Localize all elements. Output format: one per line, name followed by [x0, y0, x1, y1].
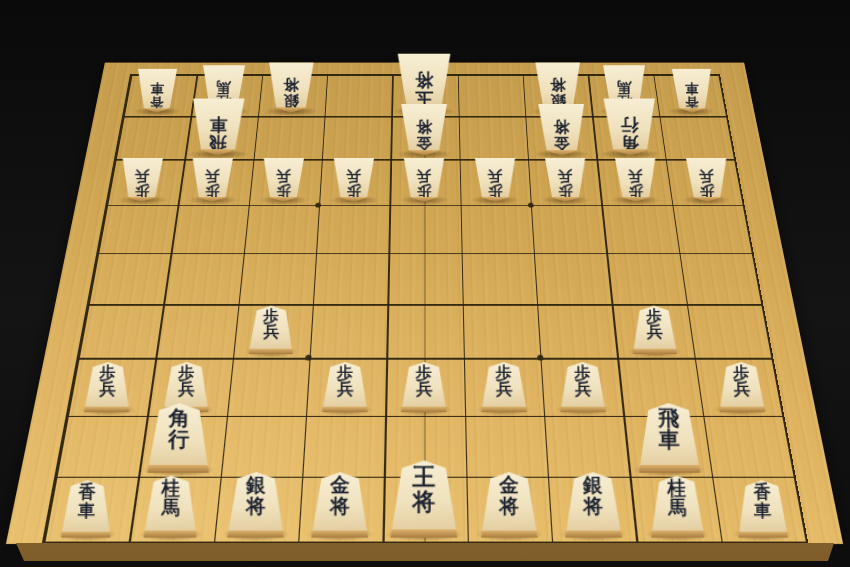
board-square[interactable]: 歩 兵 — [540, 358, 623, 415]
piece-kanji: 角 行 — [604, 115, 656, 151]
piece-kanji: 歩 兵 — [122, 168, 163, 198]
board-square[interactable] — [686, 304, 771, 358]
board-square[interactable]: 飛 車 — [623, 415, 711, 476]
board-square[interactable] — [302, 415, 385, 476]
shogi-piece-gold-sente[interactable]: 金 将 — [481, 472, 538, 538]
board-square[interactable]: 金 将 — [390, 116, 459, 159]
board-square[interactable] — [78, 304, 163, 358]
board-square[interactable]: 歩 兵 — [107, 159, 184, 205]
board-square[interactable] — [537, 304, 617, 358]
board-square[interactable]: 歩 兵 — [596, 159, 671, 205]
piece-kanji: 金 将 — [539, 119, 585, 152]
board-square[interactable] — [672, 205, 752, 253]
board-square[interactable]: 歩 兵 — [665, 159, 742, 205]
board-square[interactable]: 王 将 — [382, 476, 467, 541]
board-square[interactable] — [316, 205, 390, 253]
board-square[interactable]: 歩 兵 — [67, 358, 155, 415]
board-square[interactable] — [312, 253, 388, 304]
shogi-piece-gold-sente[interactable]: 金 将 — [312, 472, 369, 538]
board-square[interactable] — [321, 116, 391, 159]
board-square[interactable]: 歩 兵 — [528, 159, 601, 205]
shogi-board: 香 車桂 馬銀 将玉 将銀 将桂 馬香 車飛 車金 将金 将角 行歩 兵歩 兵歩… — [6, 63, 843, 544]
board-square[interactable] — [253, 116, 324, 159]
piece-kanji: 歩 兵 — [85, 365, 131, 399]
board-grid: 香 車桂 馬銀 将玉 将銀 将桂 馬香 車飛 車金 将金 将角 行歩 兵歩 兵歩… — [41, 74, 808, 544]
board-square[interactable] — [88, 253, 170, 304]
board-square[interactable]: 銀 将 — [213, 476, 302, 541]
piece-kanji: 歩 兵 — [560, 365, 606, 399]
board-square[interactable]: 飛 車 — [184, 116, 257, 159]
piece-kanji: 歩 兵 — [263, 168, 304, 198]
shogi-board-photo: 香 車桂 馬銀 将玉 将銀 将桂 馬香 車飛 車金 将金 将角 行歩 兵歩 兵歩… — [0, 0, 850, 567]
board-square[interactable] — [461, 253, 537, 304]
board-square[interactable] — [243, 205, 319, 253]
shogi-piece-silver-sente[interactable]: 銀 将 — [565, 472, 622, 538]
board-square[interactable] — [458, 116, 528, 159]
piece-kanji: 歩 兵 — [686, 168, 727, 198]
board-square[interactable]: 歩 兵 — [232, 304, 312, 358]
piece-kanji: 銀 将 — [227, 476, 284, 517]
piece-kanji: 金 将 — [481, 476, 538, 517]
board-square[interactable] — [155, 304, 238, 358]
board-square[interactable] — [601, 205, 679, 253]
piece-kanji: 玉 将 — [398, 71, 451, 108]
board-square[interactable]: 歩 兵 — [463, 358, 544, 415]
board-square[interactable]: 金 将 — [525, 116, 596, 159]
shogi-piece-pawn-sente[interactable]: 歩 兵 — [560, 362, 606, 412]
piece-kanji: 香 車 — [672, 81, 712, 109]
board-square[interactable]: 香 車 — [653, 75, 726, 116]
board-square[interactable] — [533, 253, 611, 304]
piece-kanji: 香 車 — [737, 484, 787, 520]
piece-kanji: 歩 兵 — [633, 309, 678, 342]
piece-kanji: 桂 馬 — [651, 479, 705, 518]
board-square[interactable] — [388, 205, 461, 253]
shogi-piece-silver-gote[interactable]: 銀 将 — [268, 63, 313, 113]
board-square[interactable] — [386, 304, 463, 358]
shogi-piece-knight-sente[interactable]: 桂 馬 — [144, 476, 198, 538]
shogi-piece-rook-gote[interactable]: 飛 車 — [193, 99, 245, 156]
piece-kanji: 歩 兵 — [164, 365, 210, 399]
piece-kanji: 歩 兵 — [402, 365, 447, 399]
piece-kanji: 桂 馬 — [144, 479, 198, 518]
board-square[interactable]: 歩 兵 — [459, 159, 531, 205]
board-square[interactable] — [238, 253, 316, 304]
board-square[interactable]: 歩 兵 — [385, 358, 464, 415]
shogi-piece-lance-sente[interactable]: 香 車 — [737, 480, 788, 537]
board-square[interactable] — [659, 116, 734, 159]
board-square[interactable]: 歩 兵 — [177, 159, 252, 205]
board-square[interactable] — [226, 358, 309, 415]
board-square[interactable] — [457, 75, 525, 116]
shogi-piece-gold-gote[interactable]: 金 将 — [538, 104, 584, 156]
board-square[interactable] — [56, 415, 147, 476]
piece-kanji: 歩 兵 — [545, 168, 586, 198]
shogi-piece-pawn-sente[interactable]: 歩 兵 — [718, 362, 765, 412]
piece-kanji: 歩 兵 — [192, 168, 233, 198]
shogi-piece-pawn-sente[interactable]: 歩 兵 — [633, 306, 678, 354]
board-square[interactable]: 歩 兵 — [248, 159, 321, 205]
board-square[interactable]: 金 将 — [465, 476, 551, 541]
piece-kanji: 歩 兵 — [404, 168, 444, 198]
board-square[interactable] — [462, 304, 540, 358]
board-square[interactable]: 角 行 — [138, 415, 226, 476]
piece-kanji: 銀 将 — [268, 77, 313, 109]
shogi-piece-pawn-sente[interactable]: 歩 兵 — [402, 362, 447, 412]
shogi-piece-pawn-sente[interactable]: 歩 兵 — [481, 362, 527, 412]
board-square[interactable] — [606, 253, 686, 304]
shogi-piece-knight-sente[interactable]: 桂 馬 — [651, 476, 705, 538]
board-square[interactable] — [324, 75, 392, 116]
board-square[interactable] — [170, 205, 248, 253]
board-square[interactable]: 歩 兵 — [389, 159, 460, 205]
board-square[interactable]: 歩 兵 — [611, 304, 694, 358]
shogi-piece-pawn-sente[interactable]: 歩 兵 — [84, 362, 131, 412]
shogi-piece-gold-gote[interactable]: 金 将 — [402, 104, 448, 156]
piece-kanji: 香 車 — [62, 484, 112, 520]
piece-kanji: 飛 車 — [193, 115, 245, 151]
board-square[interactable]: 桂 馬 — [629, 476, 720, 541]
board-square[interactable] — [702, 415, 793, 476]
piece-kanji: 歩 兵 — [481, 365, 527, 399]
board-square[interactable]: 銀 将 — [257, 75, 326, 116]
board-square[interactable]: 歩 兵 — [305, 358, 386, 415]
piece-kanji: 歩 兵 — [322, 365, 368, 399]
board-square[interactable] — [309, 304, 387, 358]
board-square[interactable] — [163, 253, 243, 304]
piece-kanji: 歩 兵 — [616, 168, 657, 198]
board-square[interactable] — [220, 415, 306, 476]
board-square[interactable] — [460, 205, 534, 253]
shogi-piece-bishop-gote[interactable]: 角 行 — [604, 99, 656, 156]
board-square[interactable] — [98, 205, 178, 253]
board-square[interactable]: 銀 将 — [547, 476, 636, 541]
shogi-piece-pawn-sente[interactable]: 歩 兵 — [164, 362, 210, 412]
piece-kanji: 歩 兵 — [718, 365, 764, 399]
board-square[interactable] — [530, 205, 606, 253]
piece-kanji: 歩 兵 — [475, 168, 516, 198]
piece-kanji: 銀 将 — [565, 476, 622, 517]
piece-kanji: 歩 兵 — [334, 168, 375, 198]
board-square[interactable]: 香 車 — [711, 476, 805, 541]
board-square[interactable] — [115, 116, 190, 159]
piece-kanji: 歩 兵 — [249, 309, 293, 342]
board-square[interactable]: 金 将 — [298, 476, 384, 541]
piece-kanji: 香 車 — [137, 81, 177, 109]
board-square[interactable] — [679, 253, 761, 304]
piece-kanji: 金 将 — [402, 119, 448, 152]
board-square[interactable] — [544, 415, 630, 476]
board-scene: 香 車桂 馬銀 将玉 将銀 将桂 馬香 車飛 車金 将金 将角 行歩 兵歩 兵歩… — [6, 63, 843, 544]
shogi-piece-silver-sente[interactable]: 銀 将 — [227, 472, 284, 538]
board-square[interactable]: 香 車 — [44, 476, 138, 541]
shogi-piece-lance-sente[interactable]: 香 車 — [61, 480, 112, 537]
board-square[interactable]: 歩 兵 — [319, 159, 391, 205]
shogi-piece-pawn-sente[interactable]: 歩 兵 — [248, 306, 293, 354]
board-square[interactable]: 桂 馬 — [128, 476, 219, 541]
board-square[interactable]: 角 行 — [592, 116, 665, 159]
board-square[interactable]: 香 車 — [123, 75, 196, 116]
board-square[interactable] — [464, 415, 547, 476]
shogi-piece-pawn-sente[interactable]: 歩 兵 — [322, 362, 368, 412]
board-square[interactable]: 歩 兵 — [694, 358, 782, 415]
piece-kanji: 金 将 — [312, 476, 369, 517]
